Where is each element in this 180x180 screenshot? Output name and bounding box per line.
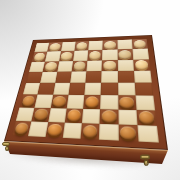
checker-piece-light: ⛀ <box>33 53 45 61</box>
checkers-board: ⛀⛀⛀⛀⛀⛀⛀⛀⛀⛀⛀⛀⛂⛂⛂⛂⛂⛂⛂⛂⛂⛂⛂⛂ <box>4 35 168 150</box>
board-square <box>55 71 72 82</box>
checker-piece-dark: ⛂ <box>21 96 36 106</box>
brass-clasp-left <box>2 142 10 146</box>
board-square <box>73 50 88 60</box>
checker-piece-light: ⛀ <box>76 42 88 50</box>
checker-piece-dark: ⛂ <box>120 97 135 108</box>
board-square: ⛂ <box>65 108 84 123</box>
board-square: ⛂ <box>50 95 68 108</box>
checker-piece-light: ⛀ <box>49 43 61 51</box>
board-square <box>68 83 85 95</box>
board-square: ⛀ <box>103 40 118 50</box>
board-square <box>99 124 118 141</box>
board-square <box>101 71 117 83</box>
clasp-knob <box>5 146 9 151</box>
board-square <box>117 39 132 49</box>
checker-piece-dark: ⛂ <box>52 96 66 107</box>
board-square: ⛂ <box>118 95 136 109</box>
board-square <box>57 61 73 72</box>
board-square: ⛀ <box>117 49 133 60</box>
checker-piece-dark: ⛂ <box>14 122 30 134</box>
board-square: ⛂ <box>45 122 65 138</box>
checker-piece-dark: ⛂ <box>82 125 97 138</box>
board-square: ⛂ <box>81 123 100 140</box>
checker-piece-light: ⛀ <box>119 50 132 59</box>
board-square: ⛀ <box>71 60 87 71</box>
checker-piece-dark: ⛂ <box>47 123 63 136</box>
brass-clasp-right <box>140 155 150 160</box>
clasp-knob <box>143 159 148 165</box>
checker-piece-dark: ⛂ <box>102 110 117 122</box>
board-square <box>137 125 159 143</box>
board-square: ⛀ <box>74 41 89 51</box>
board-square: ⛂ <box>136 110 157 126</box>
board-square <box>67 95 85 109</box>
checker-piece-light: ⛀ <box>73 62 86 71</box>
board-square <box>88 41 103 51</box>
board-square: ⛀ <box>59 51 74 61</box>
board-square <box>63 122 82 138</box>
board-square: ⛂ <box>83 95 101 109</box>
board-square <box>134 70 152 82</box>
checker-piece-dark: ⛂ <box>33 109 48 121</box>
board-square <box>85 71 101 83</box>
checker-piece-light: ⛀ <box>44 62 57 71</box>
board-square: ⛀ <box>102 60 118 71</box>
board-square <box>70 71 86 83</box>
board-square <box>134 83 153 96</box>
board-square: ⛂ <box>100 109 118 124</box>
board-square <box>135 96 155 110</box>
checker-piece-light: ⛀ <box>104 41 116 49</box>
checker-piece-dark: ⛂ <box>85 96 99 107</box>
board-square <box>118 83 136 96</box>
board-square <box>84 83 101 96</box>
board-square <box>118 71 135 83</box>
scene: ⛀⛀⛀⛀⛀⛀⛀⛀⛀⛀⛀⛀⛂⛂⛂⛂⛂⛂⛂⛂⛂⛂⛂⛂ <box>0 0 180 180</box>
board-square <box>48 108 67 123</box>
board-square <box>132 49 149 60</box>
board-grid: ⛀⛀⛀⛀⛀⛀⛀⛀⛀⛀⛀⛀⛂⛂⛂⛂⛂⛂⛂⛂⛂⛂⛂⛂ <box>12 39 159 143</box>
board-square <box>118 109 137 125</box>
checker-piece-light: ⛀ <box>133 40 146 48</box>
board-square <box>117 59 133 70</box>
checker-piece-light: ⛀ <box>89 51 101 59</box>
checker-piece-light: ⛀ <box>60 52 72 60</box>
checker-piece-dark: ⛂ <box>138 111 155 124</box>
board-square <box>101 83 118 96</box>
checker-piece-light: ⛀ <box>135 60 149 69</box>
board-square: ⛂ <box>118 124 138 141</box>
board-square <box>82 108 100 123</box>
board-square: ⛀ <box>132 39 148 49</box>
board-square <box>86 60 102 71</box>
checker-piece-dark: ⛂ <box>66 110 81 122</box>
board-square <box>100 95 118 109</box>
board-square: ⛀ <box>133 59 150 70</box>
checker-piece-light: ⛀ <box>103 61 116 70</box>
board-square <box>102 50 117 61</box>
board-square <box>53 83 70 95</box>
board-square: ⛀ <box>87 50 102 60</box>
checker-piece-dark: ⛂ <box>120 126 136 140</box>
